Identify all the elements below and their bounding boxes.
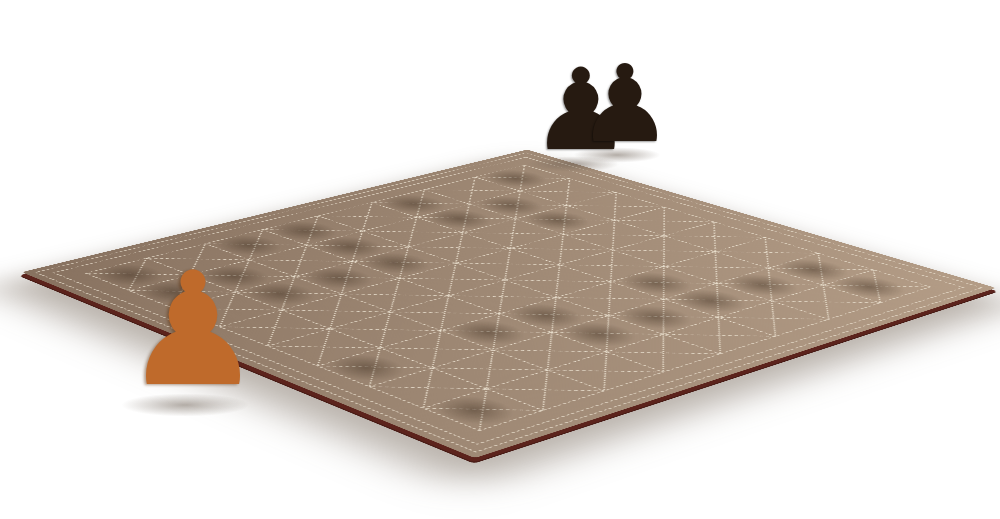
captured-white-pawn: ♟ [123,251,264,408]
off-board-layer: ♟♟♟ [0,0,1000,519]
captured-black-pawn: ♟ [577,51,673,158]
chess-set-photo-scene: ♜♟♜♞♟♝♝♟♞♚♛♚♛♟♟♝♝♟♞♞♟♜♟♟♜ ♟♟♟ [0,0,1000,519]
